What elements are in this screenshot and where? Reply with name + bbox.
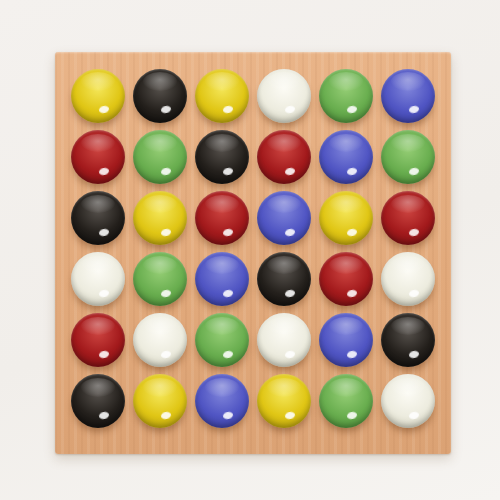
marble-blue[interactable] bbox=[257, 191, 311, 245]
marble-blue[interactable] bbox=[381, 69, 435, 123]
cell-r3c2 bbox=[129, 187, 191, 248]
marble-green[interactable] bbox=[319, 374, 373, 428]
cell-r3c1 bbox=[67, 187, 129, 248]
cell-r5c5 bbox=[315, 310, 377, 371]
cell-r3c4 bbox=[253, 187, 315, 248]
cell-r6c5 bbox=[315, 371, 377, 432]
cell-r3c5 bbox=[315, 187, 377, 248]
marble-yellow[interactable] bbox=[319, 191, 373, 245]
cell-r6c3 bbox=[191, 371, 253, 432]
marble-red[interactable] bbox=[381, 191, 435, 245]
marble-green[interactable] bbox=[319, 69, 373, 123]
cell-r4c5 bbox=[315, 249, 377, 310]
cell-r1c5 bbox=[315, 65, 377, 126]
marble-yellow[interactable] bbox=[133, 374, 187, 428]
marble-yellow[interactable] bbox=[133, 191, 187, 245]
marble-blue[interactable] bbox=[319, 313, 373, 367]
cell-r4c2 bbox=[129, 249, 191, 310]
cell-r1c4 bbox=[253, 65, 315, 126]
board-grid bbox=[67, 65, 439, 432]
cell-r4c4 bbox=[253, 249, 315, 310]
cell-r6c4 bbox=[253, 371, 315, 432]
marble-green[interactable] bbox=[381, 130, 435, 184]
marble-blue[interactable] bbox=[195, 374, 249, 428]
marble-red[interactable] bbox=[71, 313, 125, 367]
cell-r5c4 bbox=[253, 310, 315, 371]
marble-yellow[interactable] bbox=[257, 374, 311, 428]
cell-r1c6 bbox=[377, 65, 439, 126]
marble-black[interactable] bbox=[257, 252, 311, 306]
marble-black[interactable] bbox=[71, 191, 125, 245]
cell-r2c6 bbox=[377, 126, 439, 187]
cell-r5c2 bbox=[129, 310, 191, 371]
cell-r6c6 bbox=[377, 371, 439, 432]
marble-green[interactable] bbox=[133, 130, 187, 184]
marble-red[interactable] bbox=[319, 252, 373, 306]
cell-r1c3 bbox=[191, 65, 253, 126]
cell-r1c2 bbox=[129, 65, 191, 126]
marble-blue[interactable] bbox=[195, 252, 249, 306]
cell-r5c6 bbox=[377, 310, 439, 371]
marble-red[interactable] bbox=[71, 130, 125, 184]
cell-r5c3 bbox=[191, 310, 253, 371]
marble-red[interactable] bbox=[195, 191, 249, 245]
cell-r6c1 bbox=[67, 371, 129, 432]
marble-yellow[interactable] bbox=[195, 69, 249, 123]
cell-r4c6 bbox=[377, 249, 439, 310]
cell-r5c1 bbox=[67, 310, 129, 371]
cell-r2c1 bbox=[67, 126, 129, 187]
marble-black[interactable] bbox=[133, 69, 187, 123]
cell-r4c3 bbox=[191, 249, 253, 310]
marble-white[interactable] bbox=[257, 69, 311, 123]
marble-white[interactable] bbox=[381, 374, 435, 428]
cell-r2c3 bbox=[191, 126, 253, 187]
cell-r2c4 bbox=[253, 126, 315, 187]
marble-blue[interactable] bbox=[319, 130, 373, 184]
marble-white[interactable] bbox=[133, 313, 187, 367]
marble-black[interactable] bbox=[71, 374, 125, 428]
marble-white[interactable] bbox=[71, 252, 125, 306]
cell-r3c3 bbox=[191, 187, 253, 248]
cell-r3c6 bbox=[377, 187, 439, 248]
cell-r1c1 bbox=[67, 65, 129, 126]
cell-r2c5 bbox=[315, 126, 377, 187]
marble-green[interactable] bbox=[133, 252, 187, 306]
marble-yellow[interactable] bbox=[71, 69, 125, 123]
scene bbox=[0, 0, 500, 500]
marble-red[interactable] bbox=[257, 130, 311, 184]
marble-black[interactable] bbox=[381, 313, 435, 367]
marble-green[interactable] bbox=[195, 313, 249, 367]
marble-white[interactable] bbox=[257, 313, 311, 367]
marble-board bbox=[55, 52, 451, 454]
cell-r6c2 bbox=[129, 371, 191, 432]
marble-white[interactable] bbox=[381, 252, 435, 306]
cell-r2c2 bbox=[129, 126, 191, 187]
marble-black[interactable] bbox=[195, 130, 249, 184]
cell-r4c1 bbox=[67, 249, 129, 310]
